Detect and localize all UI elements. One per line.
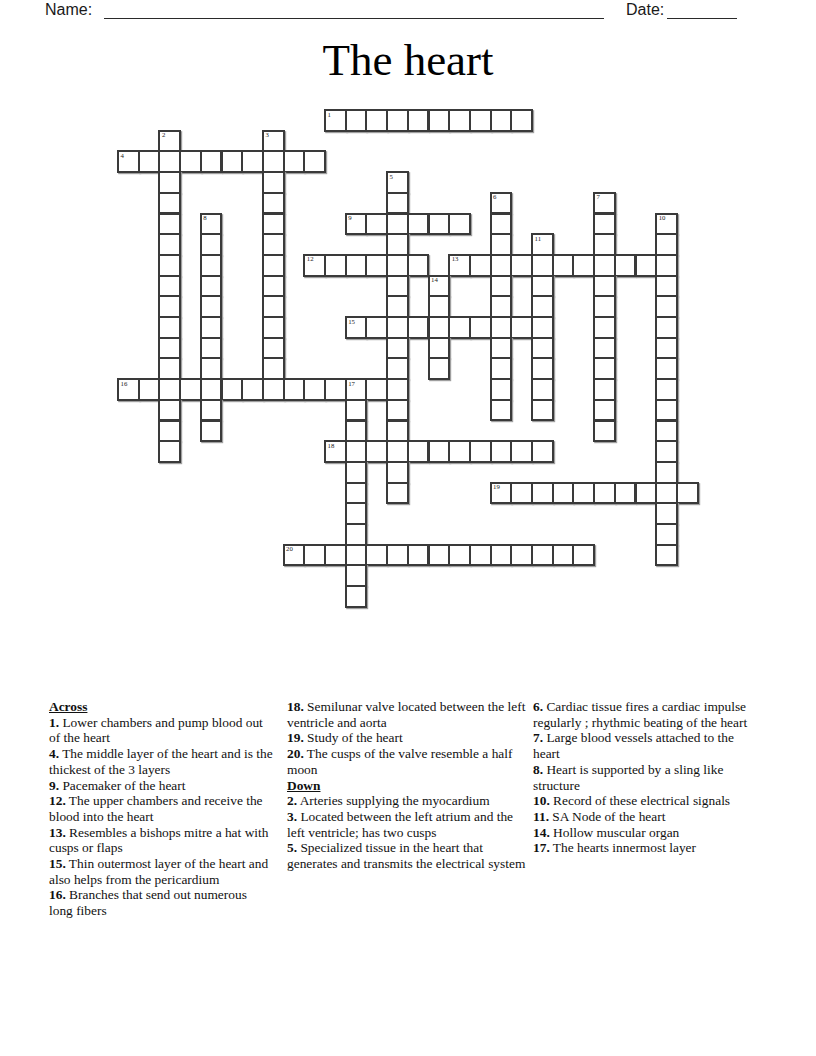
grid-cell[interactable] xyxy=(200,378,223,401)
clue-number: 4 xyxy=(121,152,124,160)
grid-cell[interactable] xyxy=(531,295,554,318)
grid-cell[interactable] xyxy=(593,295,616,318)
grid-cell[interactable] xyxy=(655,523,678,546)
grid-cell[interactable] xyxy=(138,150,161,173)
clue-number: 3 xyxy=(265,131,268,139)
grid-cell[interactable] xyxy=(593,357,616,380)
clue-number: 14 xyxy=(431,276,438,284)
grid-cell[interactable] xyxy=(158,420,181,443)
grid-cell[interactable] xyxy=(345,585,368,608)
grid-cell[interactable]: 7 xyxy=(593,192,616,215)
clue-number: 10 xyxy=(659,214,666,222)
grid-cell[interactable] xyxy=(655,420,678,443)
clue-item-number: 3. xyxy=(287,809,297,824)
grid-cell[interactable] xyxy=(221,150,244,173)
clue-number: 5 xyxy=(390,173,393,181)
grid-cell[interactable] xyxy=(531,316,554,339)
grid-cell[interactable] xyxy=(365,544,388,567)
grid-cell[interactable]: 15 xyxy=(345,316,368,339)
grid-cell[interactable] xyxy=(655,378,678,401)
clue-item: 8. Heart is supported by a sling like st… xyxy=(533,762,755,793)
grid-cell[interactable] xyxy=(531,275,554,298)
grid-cell[interactable] xyxy=(200,150,223,173)
grid-cell[interactable] xyxy=(386,233,409,256)
grid-cell[interactable] xyxy=(386,399,409,422)
grid-cell[interactable] xyxy=(283,378,306,401)
clue-item: 5. Specialized tissue in the heart that … xyxy=(287,840,533,871)
grid-cell[interactable] xyxy=(552,254,575,277)
grid-cell[interactable] xyxy=(345,564,368,587)
grid-cell[interactable] xyxy=(448,316,471,339)
grid-cell[interactable]: 6 xyxy=(490,192,513,215)
clue-item-number: 16. xyxy=(49,887,66,902)
grid-cell[interactable] xyxy=(386,337,409,360)
grid-cell[interactable]: 5 xyxy=(386,171,409,194)
grid-cell[interactable] xyxy=(655,295,678,318)
grid-cell[interactable] xyxy=(531,482,554,505)
grid-cell[interactable]: 18 xyxy=(324,440,347,463)
grid-cell[interactable] xyxy=(345,544,368,567)
grid-cell[interactable] xyxy=(593,254,616,277)
grid-cell[interactable]: 13 xyxy=(448,254,471,277)
grid-cell[interactable] xyxy=(593,233,616,256)
grid-cell[interactable] xyxy=(531,357,554,380)
grid-cell[interactable] xyxy=(469,254,492,277)
grid-cell[interactable]: 16 xyxy=(117,378,140,401)
clue-number: 13 xyxy=(452,255,459,263)
clue-item: 15. Thin outermost layer of the heart an… xyxy=(49,856,273,887)
grid-cell[interactable] xyxy=(365,440,388,463)
grid-cell[interactable] xyxy=(490,357,513,380)
clue-item: 11. SA Node of the heart xyxy=(533,809,755,825)
grid-cell[interactable] xyxy=(448,213,471,236)
grid-cell[interactable] xyxy=(158,399,181,422)
date-label: Date: xyxy=(626,1,664,19)
grid-cell[interactable] xyxy=(386,420,409,443)
grid-cell[interactable] xyxy=(490,337,513,360)
clue-item-number: 14. xyxy=(533,825,550,840)
grid-cell[interactable] xyxy=(635,482,658,505)
grid-cell[interactable] xyxy=(490,233,513,256)
grid-cell[interactable] xyxy=(572,482,595,505)
date-field-line[interactable] xyxy=(667,18,737,19)
grid-cell[interactable] xyxy=(490,295,513,318)
grid-cell[interactable] xyxy=(241,378,264,401)
clue-item: 14. Hollow muscular organ xyxy=(533,825,755,841)
grid-cell[interactable] xyxy=(158,357,181,380)
grid-cell[interactable] xyxy=(345,440,368,463)
grid-cell[interactable] xyxy=(407,213,430,236)
grid-cell[interactable] xyxy=(490,254,513,277)
grid-cell[interactable] xyxy=(407,254,430,277)
grid-cell[interactable]: 14 xyxy=(428,275,451,298)
grid-cell[interactable]: 19 xyxy=(490,482,513,505)
grid-cell[interactable] xyxy=(572,254,595,277)
grid-cell[interactable] xyxy=(200,254,223,277)
grid-cell[interactable] xyxy=(138,378,161,401)
clue-list-heading: Across xyxy=(49,699,273,715)
clue-item: 12. The upper chambers and receive the b… xyxy=(49,793,273,824)
grid-cell[interactable] xyxy=(179,378,202,401)
grid-cell[interactable] xyxy=(428,316,451,339)
clue-item-number: 15. xyxy=(49,856,66,871)
grid-cell[interactable] xyxy=(407,440,430,463)
grid-cell[interactable] xyxy=(407,109,430,132)
grid-cell[interactable] xyxy=(262,233,285,256)
grid-cell[interactable] xyxy=(490,275,513,298)
clue-number: 8 xyxy=(203,214,206,222)
grid-cell[interactable] xyxy=(262,378,285,401)
clue-item-number: 11. xyxy=(533,809,549,824)
grid-cell[interactable] xyxy=(655,357,678,380)
grid-cell[interactable] xyxy=(448,109,471,132)
clue-number: 9 xyxy=(348,214,351,222)
grid-cell[interactable] xyxy=(655,233,678,256)
grid-cell[interactable] xyxy=(428,544,451,567)
grid-cell[interactable] xyxy=(531,378,554,401)
grid-cell[interactable] xyxy=(386,295,409,318)
clue-item: 18. Semilunar valve located between the … xyxy=(287,699,533,730)
grid-cell[interactable] xyxy=(241,150,264,173)
clue-item: 1. Lower chambers and pump blood out of … xyxy=(49,715,273,746)
name-label: Name: xyxy=(45,1,92,19)
grid-cell[interactable] xyxy=(345,502,368,525)
grid-cell[interactable] xyxy=(593,213,616,236)
grid-cell[interactable]: 17 xyxy=(345,378,368,401)
grid-cell[interactable] xyxy=(593,337,616,360)
grid-cell[interactable] xyxy=(262,213,285,236)
grid-cell[interactable] xyxy=(572,544,595,567)
grid-cell[interactable] xyxy=(324,378,347,401)
grid-cell[interactable] xyxy=(345,482,368,505)
grid-cell[interactable] xyxy=(345,254,368,277)
grid-cell[interactable] xyxy=(200,357,223,380)
grid-cell[interactable]: 9 xyxy=(345,213,368,236)
grid-cell[interactable] xyxy=(158,213,181,236)
clue-item-number: 8. xyxy=(533,762,543,777)
grid-cell[interactable] xyxy=(676,482,699,505)
grid-cell[interactable] xyxy=(158,171,181,194)
clue-number: 18 xyxy=(328,442,335,450)
grid-cell[interactable] xyxy=(593,275,616,298)
clue-item-number: 9. xyxy=(49,778,59,793)
grid-cell[interactable] xyxy=(345,523,368,546)
grid-cell[interactable] xyxy=(490,109,513,132)
clue-item: 3. Located between the left atrium and t… xyxy=(287,809,533,840)
clue-item-number: 4. xyxy=(49,746,59,761)
clue-item-number: 5. xyxy=(287,840,297,855)
clue-item: 19. Study of the heart xyxy=(287,730,533,746)
grid-cell[interactable] xyxy=(200,295,223,318)
grid-cell[interactable] xyxy=(386,544,409,567)
grid-cell[interactable] xyxy=(262,295,285,318)
grid-cell[interactable] xyxy=(469,109,492,132)
grid-cell[interactable] xyxy=(490,440,513,463)
clue-item: 10. Record of these electrical signals xyxy=(533,793,755,809)
grid-cell[interactable] xyxy=(200,233,223,256)
grid-cell[interactable] xyxy=(428,337,451,360)
grid-cell[interactable] xyxy=(490,213,513,236)
clue-item-number: 20. xyxy=(287,746,304,761)
grid-cell[interactable]: 2 xyxy=(158,130,181,153)
grid-cell[interactable] xyxy=(345,109,368,132)
grid-cell[interactable] xyxy=(469,440,492,463)
grid-cell[interactable] xyxy=(386,378,409,401)
grid-cell[interactable] xyxy=(324,254,347,277)
crossword-grid: 1234567891011121314151617181920 xyxy=(117,109,697,606)
grid-cell[interactable] xyxy=(510,544,533,567)
grid-cell[interactable] xyxy=(158,337,181,360)
grid-cell[interactable] xyxy=(593,399,616,422)
grid-cell[interactable] xyxy=(655,440,678,463)
clue-item-number: 19. xyxy=(287,730,304,745)
grid-cell[interactable] xyxy=(262,192,285,215)
grid-cell[interactable] xyxy=(593,482,616,505)
grid-cell[interactable] xyxy=(428,109,451,132)
clue-item-number: 12. xyxy=(49,793,66,808)
grid-cell[interactable] xyxy=(655,482,678,505)
grid-cell[interactable] xyxy=(262,316,285,339)
grid-cell[interactable] xyxy=(303,544,326,567)
grid-cell[interactable] xyxy=(614,254,637,277)
clue-column: Across1. Lower chambers and pump blood o… xyxy=(49,699,273,919)
grid-cell[interactable] xyxy=(303,150,326,173)
grid-cell[interactable] xyxy=(345,399,368,422)
grid-cell[interactable] xyxy=(262,171,285,194)
grid-cell[interactable] xyxy=(655,461,678,484)
grid-cell[interactable] xyxy=(655,544,678,567)
grid-cell[interactable] xyxy=(386,192,409,215)
grid-cell[interactable] xyxy=(614,482,637,505)
grid-cell[interactable] xyxy=(510,316,533,339)
grid-cell[interactable]: 11 xyxy=(531,233,554,256)
grid-cell[interactable] xyxy=(428,357,451,380)
grid-cell[interactable] xyxy=(510,254,533,277)
clue-item: 7. Large blood vessels attached to the h… xyxy=(533,730,755,761)
grid-cell[interactable] xyxy=(158,233,181,256)
grid-cell[interactable] xyxy=(531,440,554,463)
grid-cell[interactable] xyxy=(531,399,554,422)
clue-number: 16 xyxy=(121,380,128,388)
grid-cell[interactable] xyxy=(283,150,306,173)
name-field-line[interactable] xyxy=(104,18,604,19)
grid-cell[interactable] xyxy=(345,461,368,484)
clue-item-number: 7. xyxy=(533,730,543,745)
grid-cell[interactable] xyxy=(200,337,223,360)
grid-cell[interactable] xyxy=(428,213,451,236)
grid-cell[interactable]: 3 xyxy=(262,130,285,153)
grid-cell[interactable] xyxy=(158,192,181,215)
grid-cell[interactable] xyxy=(179,150,202,173)
grid-cell[interactable] xyxy=(490,544,513,567)
grid-cell[interactable] xyxy=(490,378,513,401)
grid-cell[interactable] xyxy=(428,440,451,463)
clue-item-number: 13. xyxy=(49,825,66,840)
puzzle-title: The heart xyxy=(0,36,816,86)
clue-number: 20 xyxy=(286,545,293,553)
grid-cell[interactable] xyxy=(200,420,223,443)
grid-cell[interactable] xyxy=(655,337,678,360)
grid-cell[interactable] xyxy=(386,254,409,277)
grid-cell[interactable] xyxy=(262,254,285,277)
clue-column: 18. Semilunar valve located between the … xyxy=(287,699,533,872)
grid-cell[interactable]: 12 xyxy=(303,254,326,277)
grid-cell[interactable] xyxy=(531,254,554,277)
grid-cell[interactable] xyxy=(365,316,388,339)
grid-cell[interactable] xyxy=(655,502,678,525)
grid-cell[interactable] xyxy=(262,275,285,298)
grid-cell[interactable] xyxy=(262,337,285,360)
grid-cell[interactable] xyxy=(365,254,388,277)
grid-cell[interactable] xyxy=(386,440,409,463)
grid-cell[interactable] xyxy=(407,544,430,567)
grid-cell[interactable] xyxy=(655,275,678,298)
grid-cell[interactable] xyxy=(158,295,181,318)
grid-cell[interactable] xyxy=(158,150,181,173)
grid-cell[interactable] xyxy=(490,399,513,422)
grid-cell[interactable] xyxy=(593,316,616,339)
grid-cell[interactable] xyxy=(448,440,471,463)
clue-item: 17. The hearts innermost layer xyxy=(533,840,755,856)
grid-cell[interactable] xyxy=(655,316,678,339)
grid-cell[interactable] xyxy=(552,544,575,567)
clue-number: 17 xyxy=(348,380,355,388)
grid-cell[interactable] xyxy=(158,254,181,277)
clue-item-number: 17. xyxy=(533,840,550,855)
grid-cell[interactable]: 10 xyxy=(655,213,678,236)
grid-cell[interactable] xyxy=(531,337,554,360)
clue-number: 6 xyxy=(493,193,496,201)
grid-cell[interactable] xyxy=(262,357,285,380)
clue-item: 16. Branches that send out numerous long… xyxy=(49,887,273,918)
clue-number: 2 xyxy=(162,131,165,139)
grid-cell[interactable] xyxy=(200,399,223,422)
clue-number: 7 xyxy=(597,193,600,201)
grid-cell[interactable] xyxy=(593,420,616,443)
grid-cell[interactable] xyxy=(386,482,409,505)
grid-cell[interactable] xyxy=(635,254,658,277)
grid-cell[interactable]: 4 xyxy=(117,150,140,173)
grid-cell[interactable] xyxy=(386,109,409,132)
grid-cell[interactable] xyxy=(221,378,244,401)
grid-cell[interactable] xyxy=(386,357,409,380)
clue-number: 19 xyxy=(493,483,500,491)
clue-column: 6. Cardiac tissue fires a cardiac impuls… xyxy=(533,699,755,856)
grid-cell[interactable] xyxy=(448,544,471,567)
clue-item-number: 6. xyxy=(533,699,543,714)
grid-cell[interactable] xyxy=(510,482,533,505)
clue-item: 13. Resembles a bishops mitre a hat with… xyxy=(49,825,273,856)
clue-item-number: 1. xyxy=(49,715,59,730)
grid-cell[interactable] xyxy=(531,544,554,567)
grid-cell[interactable] xyxy=(655,254,678,277)
clue-number: 1 xyxy=(328,111,331,119)
grid-cell[interactable]: 1 xyxy=(324,109,347,132)
grid-cell[interactable] xyxy=(386,316,409,339)
grid-cell[interactable] xyxy=(593,378,616,401)
grid-cell[interactable] xyxy=(552,482,575,505)
grid-cell[interactable] xyxy=(510,109,533,132)
clue-item-number: 18. xyxy=(287,699,304,714)
grid-cell[interactable] xyxy=(324,544,347,567)
grid-cell[interactable]: 8 xyxy=(200,213,223,236)
clue-item: 4. The middle layer of the heart and is … xyxy=(49,746,273,777)
grid-cell[interactable] xyxy=(345,420,368,443)
grid-cell[interactable] xyxy=(386,213,409,236)
grid-cell[interactable] xyxy=(158,275,181,298)
grid-cell[interactable] xyxy=(386,461,409,484)
clue-item-number: 2. xyxy=(287,793,297,808)
clue-number: 11 xyxy=(535,235,542,243)
grid-cell[interactable]: 20 xyxy=(283,544,306,567)
clue-item: 9. Pacemaker of the heart xyxy=(49,778,273,794)
grid-cell[interactable] xyxy=(262,150,285,173)
clue-item: 2. Arteries supplying the myocardium xyxy=(287,793,533,809)
grid-cell[interactable] xyxy=(365,378,388,401)
clue-number: 15 xyxy=(348,318,355,326)
grid-cell[interactable] xyxy=(365,109,388,132)
grid-cell[interactable] xyxy=(655,399,678,422)
clue-item: 20. The cusps of the valve resemble a ha… xyxy=(287,746,533,777)
grid-cell[interactable] xyxy=(158,378,181,401)
grid-cell[interactable] xyxy=(386,275,409,298)
clue-list-heading: Down xyxy=(287,778,533,794)
grid-cell[interactable] xyxy=(158,316,181,339)
worksheet-page: Name: Date: The heart 123456789101112131… xyxy=(0,0,816,1056)
grid-cell[interactable] xyxy=(200,275,223,298)
grid-cell[interactable] xyxy=(469,544,492,567)
grid-cell[interactable] xyxy=(303,378,326,401)
grid-cell[interactable] xyxy=(200,316,223,339)
grid-cell[interactable] xyxy=(158,440,181,463)
grid-cell[interactable] xyxy=(490,316,513,339)
clue-item: 6. Cardiac tissue fires a cardiac impuls… xyxy=(533,699,755,730)
grid-cell[interactable] xyxy=(428,295,451,318)
grid-cell[interactable] xyxy=(365,213,388,236)
clue-item-number: 10. xyxy=(533,793,550,808)
grid-cell[interactable] xyxy=(510,440,533,463)
clue-number: 12 xyxy=(307,255,314,263)
grid-cell[interactable] xyxy=(407,316,430,339)
grid-cell[interactable] xyxy=(469,316,492,339)
